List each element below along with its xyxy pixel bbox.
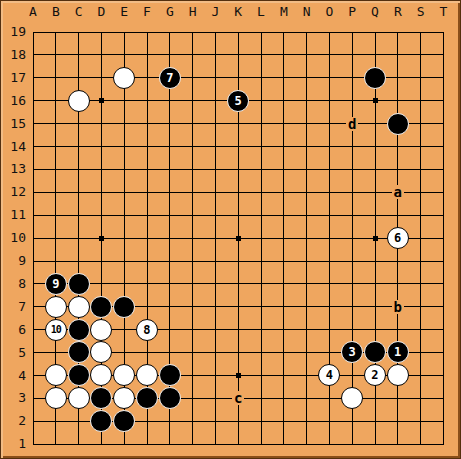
coord-row-16: 16 [2, 93, 26, 109]
intersection-e7 [113, 295, 136, 318]
coord-row-7: 7 [2, 299, 26, 315]
intersection-f3 [136, 387, 159, 410]
point-label-a: a [392, 185, 404, 199]
black-stone-q17 [364, 67, 386, 89]
black-stone-g4 [159, 364, 181, 386]
intersection-c5 [67, 341, 90, 364]
intersection-d3 [90, 387, 113, 410]
black-stone-r5: 1 [387, 341, 409, 363]
black-stone-d3 [90, 387, 112, 409]
coord-row-8: 8 [2, 276, 26, 292]
intersection-c4 [67, 364, 90, 387]
coord-col-j: J [204, 4, 227, 20]
black-stone-q5 [364, 341, 386, 363]
intersection-d6 [90, 318, 113, 341]
white-stone-d4 [90, 364, 112, 386]
intersection-c8 [67, 272, 90, 295]
coord-col-p: P [341, 4, 364, 20]
black-stone-g17: 7 [159, 67, 181, 89]
black-stone-b8: 9 [45, 273, 67, 295]
intersection-c16 [67, 89, 90, 112]
black-stone-d2 [90, 410, 112, 432]
board-grid: 75691083142abcd [22, 21, 455, 456]
white-stone-c3 [68, 387, 90, 409]
intersection-c3 [67, 387, 90, 410]
intersection-g3 [158, 387, 181, 410]
white-stone-e17 [113, 67, 135, 89]
coord-col-b: B [44, 4, 67, 20]
intersection-r4 [386, 364, 409, 387]
white-stone-b6: 10 [45, 319, 67, 341]
black-stone-c4 [68, 364, 90, 386]
intersection-q4: 2 [364, 364, 387, 387]
intersection-k3: c [227, 387, 250, 410]
black-stone-r15 [387, 113, 409, 135]
black-stone-e7 [113, 296, 135, 318]
intersection-b8: 9 [44, 272, 67, 295]
intersection-r10: 6 [386, 227, 409, 250]
coord-col-a: A [22, 4, 45, 20]
coord-col-q: Q [364, 4, 387, 20]
white-stone-b3 [45, 387, 67, 409]
white-stone-r4 [387, 364, 409, 386]
coord-row-15: 15 [2, 116, 26, 132]
intersection-g17: 7 [158, 66, 181, 89]
white-stone-e4 [113, 364, 135, 386]
coord-row-1: 1 [2, 436, 26, 452]
white-stone-d5 [90, 341, 112, 363]
intersection-q5 [364, 341, 387, 364]
white-stone-d6 [90, 319, 112, 341]
coord-col-t: T [432, 4, 455, 20]
intersection-c7 [67, 295, 90, 318]
coord-col-d: D [90, 4, 113, 20]
white-stone-c7 [68, 296, 90, 318]
intersection-g4 [158, 364, 181, 387]
white-stone-c16 [68, 90, 90, 112]
coord-row-18: 18 [2, 47, 26, 63]
white-stone-e3 [113, 387, 135, 409]
coord-row-6: 6 [2, 322, 26, 338]
intersection-r15 [386, 112, 409, 135]
white-stone-f6: 8 [136, 319, 158, 341]
coord-row-14: 14 [2, 139, 26, 155]
white-stone-b4 [45, 364, 67, 386]
intersection-o4: 4 [318, 364, 341, 387]
coord-col-l: L [250, 4, 273, 20]
go-board: 75691083142abcd ABCDEFGHJKLMNOPQRST19181… [0, 0, 461, 459]
coord-col-h: H [181, 4, 204, 20]
coord-row-11: 11 [2, 207, 26, 223]
intersection-b4 [44, 364, 67, 387]
white-stone-f4 [136, 364, 158, 386]
intersection-p3 [341, 387, 364, 410]
black-stone-g3 [159, 387, 181, 409]
intersection-d4 [90, 364, 113, 387]
coord-col-f: F [136, 4, 159, 20]
coord-col-c: C [67, 4, 90, 20]
intersection-e3 [113, 387, 136, 410]
coord-row-13: 13 [2, 161, 26, 177]
coord-col-o: O [318, 4, 341, 20]
black-stone-k16: 5 [227, 90, 249, 112]
coord-col-n: N [295, 4, 318, 20]
intersection-b3 [44, 387, 67, 410]
intersection-e4 [113, 364, 136, 387]
coord-row-2: 2 [2, 413, 26, 429]
intersection-p5: 3 [341, 341, 364, 364]
black-stone-f3 [136, 387, 158, 409]
white-stone-q4: 2 [364, 364, 386, 386]
black-stone-c8 [68, 273, 90, 295]
white-stone-r10: 6 [387, 227, 409, 249]
intersection-f6: 8 [136, 318, 159, 341]
coord-col-k: K [227, 4, 250, 20]
intersection-k16: 5 [227, 89, 250, 112]
intersection-r5: 1 [386, 341, 409, 364]
coord-col-g: G [158, 4, 181, 20]
point-label-c: c [232, 391, 244, 405]
black-stone-d7 [90, 296, 112, 318]
intersection-b6: 10 [44, 318, 67, 341]
coord-col-r: R [386, 4, 409, 20]
coord-row-3: 3 [2, 390, 26, 406]
intersection-d7 [90, 295, 113, 318]
coord-row-5: 5 [2, 345, 26, 361]
coord-row-9: 9 [2, 253, 26, 269]
intersection-r7: b [386, 295, 409, 318]
intersection-r12: a [386, 181, 409, 204]
intersection-f4 [136, 364, 159, 387]
intersection-d2 [90, 410, 113, 433]
intersection-d5 [90, 341, 113, 364]
point-label-b: b [392, 300, 404, 314]
coord-row-12: 12 [2, 184, 26, 200]
intersection-c6 [67, 318, 90, 341]
coord-row-19: 19 [2, 24, 26, 40]
white-stone-o4: 4 [318, 364, 340, 386]
coord-row-4: 4 [2, 368, 26, 384]
intersection-q17 [364, 66, 387, 89]
black-stone-c6 [68, 319, 90, 341]
coord-col-s: S [409, 4, 432, 20]
coord-col-m: M [272, 4, 295, 20]
white-stone-p3 [341, 387, 363, 409]
coord-row-10: 10 [2, 230, 26, 246]
intersection-e2 [113, 410, 136, 433]
coord-row-17: 17 [2, 70, 26, 86]
intersection-e17 [113, 66, 136, 89]
white-stone-b7 [45, 296, 67, 318]
intersection-b7 [44, 295, 67, 318]
intersection-p15: d [341, 112, 364, 135]
black-stone-p5: 3 [341, 341, 363, 363]
coord-col-e: E [113, 4, 136, 20]
point-label-d: d [346, 117, 358, 131]
black-stone-e2 [113, 410, 135, 432]
black-stone-c5 [68, 341, 90, 363]
